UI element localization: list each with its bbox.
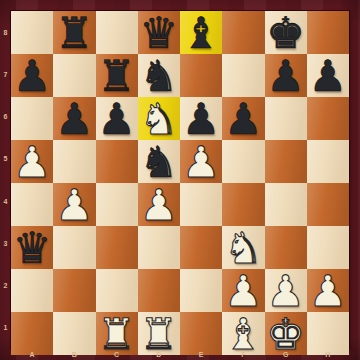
square-g2[interactable]: ♟ bbox=[265, 269, 307, 312]
white-pawn[interactable]: ♟ bbox=[140, 184, 179, 227]
square-g5[interactable] bbox=[265, 140, 307, 183]
black-pawn[interactable]: ♟ bbox=[266, 55, 305, 98]
rank-label-5: 5 bbox=[0, 138, 11, 180]
square-f5[interactable] bbox=[222, 140, 264, 183]
rank-label-3: 3 bbox=[0, 222, 11, 264]
square-g7[interactable]: ♟ bbox=[265, 54, 307, 97]
square-c8[interactable] bbox=[96, 11, 138, 54]
square-d7[interactable]: ♞ bbox=[138, 54, 180, 97]
file-label-e: E bbox=[180, 349, 222, 360]
square-h2[interactable]: ♟ bbox=[307, 269, 349, 312]
file-label-h: H bbox=[307, 349, 349, 360]
white-pawn[interactable]: ♟ bbox=[224, 270, 263, 313]
square-h8[interactable] bbox=[307, 11, 349, 54]
black-pawn[interactable]: ♟ bbox=[224, 98, 263, 141]
square-e2[interactable] bbox=[180, 269, 222, 312]
rank-label-8: 8 bbox=[0, 11, 11, 53]
square-g8[interactable]: ♚ bbox=[265, 11, 307, 54]
square-d4[interactable]: ♟ bbox=[138, 183, 180, 226]
black-pawn[interactable]: ♟ bbox=[13, 55, 52, 98]
file-label-c: C bbox=[96, 349, 138, 360]
square-a6[interactable] bbox=[11, 97, 53, 140]
square-d5[interactable]: ♞ bbox=[138, 140, 180, 183]
square-h5[interactable] bbox=[307, 140, 349, 183]
square-a2[interactable] bbox=[11, 269, 53, 312]
black-pawn[interactable]: ♟ bbox=[55, 98, 94, 141]
square-a8[interactable] bbox=[11, 11, 53, 54]
square-e8[interactable]: ♝ bbox=[180, 11, 222, 54]
square-h7[interactable]: ♟ bbox=[307, 54, 349, 97]
square-h4[interactable] bbox=[307, 183, 349, 226]
square-e3[interactable] bbox=[180, 226, 222, 269]
square-f2[interactable]: ♟ bbox=[222, 269, 264, 312]
black-king[interactable]: ♚ bbox=[266, 12, 305, 55]
square-b8[interactable]: ♜ bbox=[53, 11, 95, 54]
square-c6[interactable]: ♟ bbox=[96, 97, 138, 140]
black-knight[interactable]: ♞ bbox=[140, 141, 179, 184]
square-f3[interactable]: ♞ bbox=[222, 226, 264, 269]
rank-label-7: 7 bbox=[0, 53, 11, 95]
square-a5[interactable]: ♟ bbox=[11, 140, 53, 183]
rank-label-1: 1 bbox=[0, 307, 11, 349]
black-rook[interactable]: ♜ bbox=[55, 12, 94, 55]
square-e5[interactable]: ♟ bbox=[180, 140, 222, 183]
black-rook[interactable]: ♜ bbox=[97, 55, 136, 98]
square-h3[interactable] bbox=[307, 226, 349, 269]
square-b6[interactable]: ♟ bbox=[53, 97, 95, 140]
rank-label-6: 6 bbox=[0, 96, 11, 138]
square-d6[interactable]: ♞ bbox=[138, 97, 180, 140]
square-a3[interactable]: ♛ bbox=[11, 226, 53, 269]
square-f8[interactable] bbox=[222, 11, 264, 54]
square-d8[interactable]: ♛ bbox=[138, 11, 180, 54]
file-label-b: B bbox=[53, 349, 95, 360]
white-pawn[interactable]: ♟ bbox=[182, 141, 221, 184]
square-a4[interactable] bbox=[11, 183, 53, 226]
black-queen[interactable]: ♛ bbox=[13, 227, 52, 270]
file-label-f: F bbox=[222, 349, 264, 360]
square-f7[interactable] bbox=[222, 54, 264, 97]
file-label-a: A bbox=[11, 349, 53, 360]
white-knight[interactable]: ♞ bbox=[224, 227, 263, 270]
file-label-d: D bbox=[138, 349, 180, 360]
black-pawn[interactable]: ♟ bbox=[309, 55, 348, 98]
square-c4[interactable] bbox=[96, 183, 138, 226]
rank-label-2: 2 bbox=[0, 265, 11, 307]
square-c2[interactable] bbox=[96, 269, 138, 312]
rank-label-4: 4 bbox=[0, 180, 11, 222]
square-a7[interactable]: ♟ bbox=[11, 54, 53, 97]
square-g4[interactable] bbox=[265, 183, 307, 226]
file-label-g: G bbox=[265, 349, 307, 360]
square-f6[interactable]: ♟ bbox=[222, 97, 264, 140]
square-b2[interactable] bbox=[53, 269, 95, 312]
white-pawn[interactable]: ♟ bbox=[309, 270, 348, 313]
white-pawn[interactable]: ♟ bbox=[55, 184, 94, 227]
square-c3[interactable] bbox=[96, 226, 138, 269]
white-pawn[interactable]: ♟ bbox=[266, 270, 305, 313]
square-b3[interactable] bbox=[53, 226, 95, 269]
chess-board: ♜♛♝♚♟♜♞♟♟♟♟♞♟♟♟♞♟♟♟♛♞♟♟♟♜♜♝♚ bbox=[11, 11, 349, 349]
square-c5[interactable] bbox=[96, 140, 138, 183]
black-queen[interactable]: ♛ bbox=[140, 12, 179, 55]
white-knight[interactable]: ♞ bbox=[140, 98, 179, 141]
square-e7[interactable] bbox=[180, 54, 222, 97]
square-g6[interactable] bbox=[265, 97, 307, 140]
white-pawn[interactable]: ♟ bbox=[13, 141, 52, 184]
square-b4[interactable]: ♟ bbox=[53, 183, 95, 226]
black-pawn[interactable]: ♟ bbox=[97, 98, 136, 141]
square-d2[interactable] bbox=[138, 269, 180, 312]
square-h6[interactable] bbox=[307, 97, 349, 140]
square-b5[interactable] bbox=[53, 140, 95, 183]
square-e6[interactable]: ♟ bbox=[180, 97, 222, 140]
square-d3[interactable] bbox=[138, 226, 180, 269]
black-knight[interactable]: ♞ bbox=[140, 55, 179, 98]
square-g3[interactable] bbox=[265, 226, 307, 269]
square-e4[interactable] bbox=[180, 183, 222, 226]
board-frame: ♜♛♝♚♟♜♞♟♟♟♟♞♟♟♟♞♟♟♟♛♞♟♟♟♜♜♝♚ 87654321ABC… bbox=[0, 0, 360, 360]
square-f4[interactable] bbox=[222, 183, 264, 226]
square-c7[interactable]: ♜ bbox=[96, 54, 138, 97]
black-bishop[interactable]: ♝ bbox=[182, 12, 221, 55]
square-b7[interactable] bbox=[53, 54, 95, 97]
black-pawn[interactable]: ♟ bbox=[182, 98, 221, 141]
